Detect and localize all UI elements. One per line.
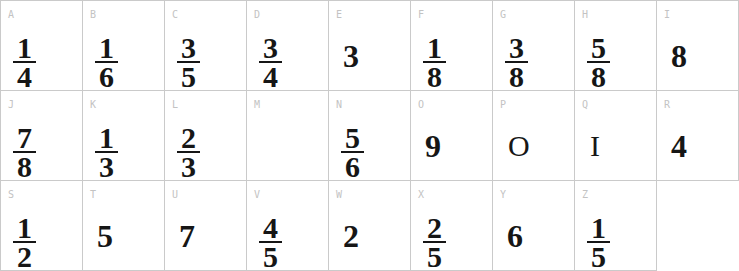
cell-key-label: S bbox=[8, 189, 14, 200]
cell-key-label: F bbox=[418, 9, 424, 20]
glyph-cell-E: E 3 bbox=[329, 1, 411, 91]
cell-key-label: X bbox=[418, 189, 424, 200]
glyph-cell-V: V 4 5 bbox=[247, 181, 329, 271]
fraction-glyph: 5 8 bbox=[587, 36, 610, 88]
fraction-numerator: 7 bbox=[13, 126, 36, 153]
fraction-denominator: 5 bbox=[181, 63, 196, 88]
cell-key-label: Y bbox=[500, 189, 506, 200]
glyph-cell-P: P O bbox=[493, 91, 575, 181]
fraction-numerator: 3 bbox=[259, 36, 282, 63]
fraction-glyph: 3 8 bbox=[505, 36, 528, 88]
fraction-numerator: 4 bbox=[259, 216, 282, 243]
single-glyph: 6 bbox=[507, 220, 523, 252]
fraction-glyph: 1 3 bbox=[95, 126, 118, 178]
fraction-denominator: 5 bbox=[263, 243, 278, 268]
cell-key-label: I bbox=[664, 9, 670, 20]
glyph-cell-Y: Y 6 bbox=[493, 181, 575, 271]
fraction-glyph: 2 5 bbox=[423, 216, 446, 268]
cell-key-label: L bbox=[172, 99, 178, 110]
fraction-glyph: 1 6 bbox=[95, 36, 118, 88]
glyph-cell-M: M bbox=[247, 91, 329, 181]
fraction-numerator: 2 bbox=[177, 126, 200, 153]
fraction-denominator: 6 bbox=[345, 153, 360, 178]
fraction-glyph: 3 5 bbox=[177, 36, 200, 88]
cell-key-label: K bbox=[90, 99, 96, 110]
fraction-numerator: 5 bbox=[587, 36, 610, 63]
glyph-grid: A 1 4 B 1 6 C 3 5 D 3 4 E 3 F 1 8 G 3 8 … bbox=[0, 0, 739, 271]
fraction-denominator: 8 bbox=[427, 63, 442, 88]
fraction-numerator: 3 bbox=[505, 36, 528, 63]
glyph-cell-U: U 7 bbox=[165, 181, 247, 271]
glyph-cell-L: L 2 3 bbox=[165, 91, 247, 181]
cell-key-label: T bbox=[90, 189, 96, 200]
glyph-cell-I: I 8 bbox=[657, 1, 739, 91]
fraction-glyph: 5 6 bbox=[341, 126, 364, 178]
glyph-cell bbox=[657, 181, 739, 271]
glyph-cell-H: H 5 8 bbox=[575, 1, 657, 91]
single-glyph: I bbox=[590, 131, 600, 161]
single-glyph: 8 bbox=[671, 40, 687, 72]
cell-key-label: J bbox=[8, 99, 14, 110]
fraction-numerator: 1 bbox=[95, 126, 118, 153]
cell-key-label: U bbox=[172, 189, 178, 200]
cell-key-label: Q bbox=[582, 99, 588, 110]
glyph-cell-O: O 9 bbox=[411, 91, 493, 181]
cell-key-label: O bbox=[418, 99, 424, 110]
fraction-numerator: 2 bbox=[423, 216, 446, 243]
cell-key-label: G bbox=[500, 9, 506, 20]
cell-key-label: E bbox=[336, 9, 342, 20]
cell-key-label: P bbox=[500, 99, 506, 110]
fraction-numerator: 5 bbox=[341, 126, 364, 153]
glyph-cell-T: T 5 bbox=[83, 181, 165, 271]
fraction-denominator: 8 bbox=[509, 63, 524, 88]
fraction-numerator: 3 bbox=[177, 36, 200, 63]
glyph-cell-X: X 2 5 bbox=[411, 181, 493, 271]
fraction-denominator: 8 bbox=[591, 63, 606, 88]
glyph-cell-G: G 3 8 bbox=[493, 1, 575, 91]
glyph-cell-K: K 1 3 bbox=[83, 91, 165, 181]
fraction-glyph: 7 8 bbox=[13, 126, 36, 178]
cell-key-label: A bbox=[8, 9, 14, 20]
fraction-glyph: 2 3 bbox=[177, 126, 200, 178]
fraction-numerator: 1 bbox=[13, 216, 36, 243]
single-glyph: 3 bbox=[343, 40, 359, 72]
glyph-cell-Z: Z 1 5 bbox=[575, 181, 657, 271]
fraction-denominator: 4 bbox=[263, 63, 278, 88]
fraction-glyph: 1 8 bbox=[423, 36, 446, 88]
glyph-cell-S: S 1 2 bbox=[1, 181, 83, 271]
glyph-cell-F: F 1 8 bbox=[411, 1, 493, 91]
fraction-glyph: 3 4 bbox=[259, 36, 282, 88]
glyph-cell-D: D 3 4 bbox=[247, 1, 329, 91]
fraction-denominator: 3 bbox=[181, 153, 196, 178]
fraction-denominator: 2 bbox=[17, 243, 32, 268]
single-glyph: 4 bbox=[671, 130, 687, 162]
fraction-denominator: 5 bbox=[591, 243, 606, 268]
cell-key-label: D bbox=[254, 9, 260, 20]
fraction-numerator: 1 bbox=[423, 36, 446, 63]
fraction-glyph: 4 5 bbox=[259, 216, 282, 268]
single-glyph: 2 bbox=[343, 220, 359, 252]
glyph-cell-W: W 2 bbox=[329, 181, 411, 271]
fraction-numerator: 1 bbox=[13, 36, 36, 63]
fraction-glyph: 1 5 bbox=[587, 216, 610, 268]
fraction-denominator: 8 bbox=[17, 153, 32, 178]
cell-key-label: M bbox=[254, 99, 260, 110]
cell-key-label: R bbox=[664, 99, 670, 110]
fraction-numerator: 1 bbox=[587, 216, 610, 243]
single-glyph: O bbox=[508, 131, 530, 161]
glyph-cell-B: B 1 6 bbox=[83, 1, 165, 91]
fraction-denominator: 6 bbox=[99, 63, 114, 88]
glyph-cell-C: C 3 5 bbox=[165, 1, 247, 91]
single-glyph: 5 bbox=[97, 220, 113, 252]
single-glyph: 9 bbox=[425, 130, 441, 162]
cell-key-label: Z bbox=[582, 189, 588, 200]
fraction-denominator: 4 bbox=[17, 63, 32, 88]
fraction-glyph: 1 2 bbox=[13, 216, 36, 268]
cell-key-label: B bbox=[90, 9, 96, 20]
cell-key-label: N bbox=[336, 99, 342, 110]
glyph-cell-R: R 4 bbox=[657, 91, 739, 181]
cell-key-label: H bbox=[582, 9, 588, 20]
fraction-numerator: 1 bbox=[95, 36, 118, 63]
cell-key-label: W bbox=[336, 189, 342, 200]
glyph-cell-N: N 5 6 bbox=[329, 91, 411, 181]
fraction-denominator: 3 bbox=[99, 153, 114, 178]
glyph-cell-Q: Q I bbox=[575, 91, 657, 181]
glyph-cell-J: J 7 8 bbox=[1, 91, 83, 181]
cell-key-label: C bbox=[172, 9, 178, 20]
cell-key-label: V bbox=[254, 189, 260, 200]
fraction-denominator: 5 bbox=[427, 243, 442, 268]
glyph-cell-A: A 1 4 bbox=[1, 1, 83, 91]
single-glyph: 7 bbox=[179, 220, 195, 252]
fraction-glyph: 1 4 bbox=[13, 36, 36, 88]
